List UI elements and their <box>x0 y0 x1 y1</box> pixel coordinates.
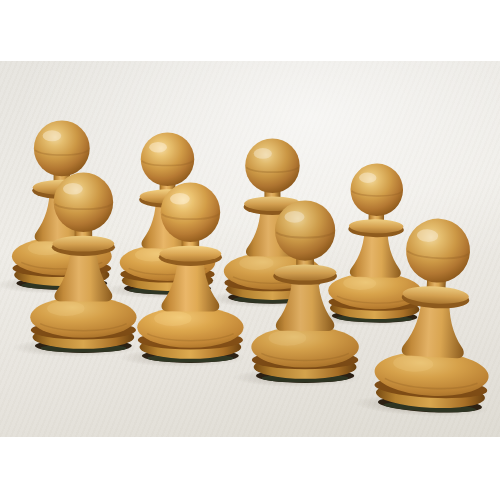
pawn-layer: ♙♙♙♙♙♙♙♙ <box>0 0 500 500</box>
white-pawn-front-3[interactable]: ♙ <box>246 201 364 390</box>
white-pawn-front-2[interactable]: ♙ <box>132 183 249 370</box>
white-pawn-front-1[interactable]: ♙ <box>25 173 142 360</box>
pawn-figure <box>367 216 500 423</box>
pawn-figure <box>25 173 142 360</box>
screenshot-root: ♙♙♙♙♙♙♙♙ Eight antique turned boxwood St… <box>0 0 500 500</box>
white-pawn-front-4[interactable]: ♙ <box>367 216 500 423</box>
pawn-figure <box>132 183 249 370</box>
pawn-figure <box>246 201 364 390</box>
